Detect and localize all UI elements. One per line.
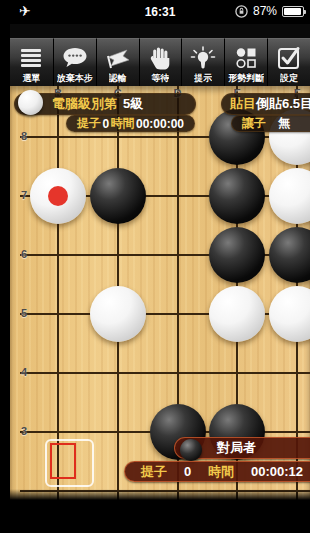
row-label: 3: [21, 425, 27, 437]
menu-button[interactable]: 選單: [10, 38, 53, 86]
grid-horizontal-line: [20, 372, 310, 374]
pass-move-button-label: 放棄本步: [57, 72, 93, 84]
toolbar: 選單 放棄本步 認輸 等待 提示: [10, 24, 310, 86]
checkbox-icon: [277, 44, 301, 72]
white-player-name: 電腦級別第: [52, 95, 117, 113]
black-captures-value: 0: [184, 464, 191, 479]
row-label: 4: [21, 366, 27, 378]
grid-horizontal-line: [20, 136, 310, 138]
white-time-value: 00:00:00: [136, 117, 184, 131]
komi-value: 倒貼6.5目: [256, 95, 310, 113]
pass-move-button[interactable]: 放棄本步: [53, 38, 96, 86]
black-stone-E6: [209, 227, 265, 283]
grid-horizontal-line: [20, 254, 310, 256]
black-captures-label: 提子: [141, 463, 167, 481]
board-bottom-fade: [10, 489, 310, 533]
black-time-value: 00:00:12: [251, 464, 303, 479]
grid-horizontal-line: [20, 313, 310, 315]
wait-button-label: 等待: [151, 72, 169, 84]
evaluate-position-button-label: 形勢判斷: [228, 72, 264, 84]
white-player-level: 5級: [123, 95, 143, 113]
white-time-label: 時間: [111, 115, 135, 132]
row-label: 7: [21, 189, 27, 201]
white-stone-icon: [18, 90, 43, 115]
black-time-label: 時間: [208, 463, 234, 481]
handicap-label: 讓子: [242, 115, 266, 132]
app-screen: ✈ 16:31 87% 選單 放棄本步: [10, 0, 310, 533]
white-captures-time-bar: 提子 0 時間 00:00:00: [66, 115, 195, 132]
black-stone-icon: [180, 439, 202, 461]
battery-icon: [282, 6, 304, 17]
black-captures-time-bar: 提子 0 時間 00:00:12: [124, 461, 310, 482]
hand-icon: [149, 44, 171, 72]
hint-button-label: 提示: [194, 72, 212, 84]
resign-button-label: 認輸: [109, 72, 127, 84]
white-captures-value: 0: [102, 117, 109, 131]
status-bar: ✈ 16:31 87%: [10, 0, 310, 24]
settings-button-label: 設定: [280, 72, 298, 84]
touch-cursor-inner-box: [50, 443, 76, 479]
hint-button[interactable]: 提示: [181, 38, 224, 86]
settings-button[interactable]: 設定: [267, 38, 310, 86]
battery-percent: 87%: [253, 4, 277, 18]
menu-button-label: 選單: [22, 72, 40, 84]
white-stone-F7: [269, 168, 310, 224]
black-player-name: 對局者: [217, 439, 256, 457]
handicap-bar: 讓子 無: [231, 115, 310, 132]
status-right-group: 87%: [235, 4, 304, 18]
lightbulb-icon: [190, 44, 216, 72]
white-stone-B7: [30, 168, 86, 224]
white-stone-E5: [209, 286, 265, 342]
territory-shapes-icon: [234, 44, 258, 72]
komi-label: 貼目: [230, 95, 256, 113]
white-stone-F5: [269, 286, 310, 342]
row-label: 5: [21, 307, 27, 319]
evaluate-position-button[interactable]: 形勢判斷: [224, 38, 267, 86]
komi-bar: 貼目 倒貼6.5目: [221, 93, 310, 115]
row-label: 6: [21, 248, 27, 260]
flag-icon: [105, 44, 131, 72]
black-stone-F6: [269, 227, 310, 283]
black-stone-E7: [209, 168, 265, 224]
handicap-value: 無: [278, 115, 290, 132]
orientation-lock-icon: [235, 5, 248, 18]
white-stone-C5: [90, 286, 146, 342]
black-stone-C7: [90, 168, 146, 224]
wait-button[interactable]: 等待: [139, 38, 182, 86]
speech-bubble-icon: [62, 44, 88, 72]
last-move-marker: [48, 186, 68, 206]
white-captures-label: 提子: [77, 115, 101, 132]
row-label: 8: [21, 130, 27, 142]
menu-icon: [19, 44, 43, 72]
resign-button[interactable]: 認輸: [96, 38, 139, 86]
